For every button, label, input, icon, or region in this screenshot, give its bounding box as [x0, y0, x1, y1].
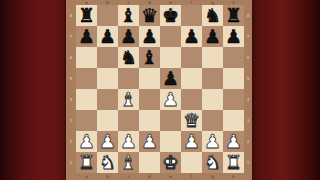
white-rook-a1[interactable]: ♜	[78, 152, 95, 173]
square-e7[interactable]	[160, 26, 181, 47]
file-label-d: d	[139, 175, 160, 179]
square-b5[interactable]	[97, 68, 118, 89]
file-label-g: g	[202, 175, 223, 179]
rank-label-6: 6	[244, 47, 252, 68]
rank-label-1: 1	[244, 152, 252, 173]
square-e8[interactable]: ♚	[160, 5, 181, 26]
square-g5[interactable]	[202, 68, 223, 89]
square-f6[interactable]	[181, 47, 202, 68]
white-pawn-b2[interactable]: ♟	[99, 131, 116, 152]
square-d3[interactable]	[139, 110, 160, 131]
square-c1[interactable]: ♝	[118, 152, 139, 173]
black-bishop-d6[interactable]: ♝	[141, 47, 158, 68]
square-h1[interactable]: ♜	[223, 152, 244, 173]
square-d8[interactable]: ♛	[139, 5, 160, 26]
square-g8[interactable]: ♞	[202, 5, 223, 26]
file-label-b: b	[97, 175, 118, 179]
square-c6[interactable]: ♞	[118, 47, 139, 68]
rank-label-8: 8	[244, 5, 252, 26]
black-knight-g8[interactable]: ♞	[204, 5, 221, 26]
board-grid: ♜♝♛♚♞♜♟♟♟♟♟♟♟♞♝♟♝♟♛♟♟♟♟♟♟♟♜♞♝♚♞♜	[76, 5, 244, 173]
square-h7[interactable]: ♟	[223, 26, 244, 47]
white-pawn-e4[interactable]: ♟	[162, 89, 179, 110]
square-a1[interactable]: ♜	[76, 152, 97, 173]
black-pawn-h7[interactable]: ♟	[225, 26, 242, 47]
black-king-e8[interactable]: ♚	[162, 5, 179, 26]
square-c5[interactable]	[118, 68, 139, 89]
square-d4[interactable]	[139, 89, 160, 110]
square-f7[interactable]: ♟	[181, 26, 202, 47]
white-queen-f3[interactable]: ♛	[183, 110, 200, 131]
square-a5[interactable]	[76, 68, 97, 89]
white-king-e1[interactable]: ♚	[162, 152, 179, 173]
rank-label-3: 3	[244, 110, 252, 131]
square-c2[interactable]: ♟	[118, 131, 139, 152]
rank-label-2: 2	[244, 131, 252, 152]
square-c7[interactable]: ♟	[118, 26, 139, 47]
white-pawn-g2[interactable]: ♟	[204, 131, 221, 152]
black-rook-a8[interactable]: ♜	[78, 5, 95, 26]
white-pawn-f2[interactable]: ♟	[183, 131, 200, 152]
black-pawn-g7[interactable]: ♟	[204, 26, 221, 47]
square-c4[interactable]: ♝	[118, 89, 139, 110]
file-label-e: e	[160, 175, 181, 179]
file-label-h: h	[223, 175, 244, 179]
black-pawn-b7[interactable]: ♟	[99, 26, 116, 47]
chess-board: abcdefgh ♜♝♛♚♞♜♟♟♟♟♟♟♟♞♝♟♝♟♛♟♟♟♟♟♟♟♜♞♝♚♞…	[66, 0, 252, 180]
square-f8[interactable]	[181, 5, 202, 26]
rank-label-1: 1	[66, 152, 76, 173]
black-pawn-c7[interactable]: ♟	[120, 26, 137, 47]
black-bishop-c8[interactable]: ♝	[120, 5, 137, 26]
square-d6[interactable]: ♝	[139, 47, 160, 68]
square-e1[interactable]: ♚	[160, 152, 181, 173]
rank-label-3: 3	[66, 110, 76, 131]
square-a3[interactable]	[76, 110, 97, 131]
square-b2[interactable]: ♟	[97, 131, 118, 152]
square-b4[interactable]	[97, 89, 118, 110]
square-a4[interactable]	[76, 89, 97, 110]
square-e5[interactable]: ♟	[160, 68, 181, 89]
square-h6[interactable]	[223, 47, 244, 68]
square-f4[interactable]	[181, 89, 202, 110]
square-d7[interactable]: ♟	[139, 26, 160, 47]
square-d2[interactable]: ♟	[139, 131, 160, 152]
square-d5[interactable]	[139, 68, 160, 89]
square-c8[interactable]: ♝	[118, 5, 139, 26]
square-g3[interactable]	[202, 110, 223, 131]
rank-label-5: 5	[66, 68, 76, 89]
square-a6[interactable]	[76, 47, 97, 68]
square-e4[interactable]: ♟	[160, 89, 181, 110]
file-label-f: f	[181, 175, 202, 179]
rank-label-8: 8	[66, 5, 76, 26]
white-knight-b1[interactable]: ♞	[99, 152, 116, 173]
rank-label-7: 7	[244, 26, 252, 47]
file-label-a: a	[76, 175, 97, 179]
square-b6[interactable]	[97, 47, 118, 68]
white-pawn-c2[interactable]: ♟	[120, 131, 137, 152]
square-h4[interactable]	[223, 89, 244, 110]
square-h3[interactable]	[223, 110, 244, 131]
square-g1[interactable]: ♞	[202, 152, 223, 173]
square-h8[interactable]: ♜	[223, 5, 244, 26]
white-pawn-d2[interactable]: ♟	[141, 131, 158, 152]
curtain-background: abcdefgh ♜♝♛♚♞♜♟♟♟♟♟♟♟♞♝♟♝♟♛♟♟♟♟♟♟♟♜♞♝♚♞…	[0, 0, 320, 180]
square-b1[interactable]: ♞	[97, 152, 118, 173]
square-f3[interactable]: ♛	[181, 110, 202, 131]
black-pawn-e5[interactable]: ♟	[162, 68, 179, 89]
file-label-f: f	[181, 1, 202, 5]
black-pawn-a7[interactable]: ♟	[78, 26, 95, 47]
black-knight-c6[interactable]: ♞	[120, 47, 137, 68]
white-knight-g1[interactable]: ♞	[204, 152, 221, 173]
rank-label-7: 7	[66, 26, 76, 47]
rank-label-5: 5	[244, 68, 252, 89]
white-bishop-c4[interactable]: ♝	[120, 89, 137, 110]
square-g6[interactable]	[202, 47, 223, 68]
square-b3[interactable]	[97, 110, 118, 131]
square-h2[interactable]: ♟	[223, 131, 244, 152]
square-e6[interactable]	[160, 47, 181, 68]
square-d1[interactable]	[139, 152, 160, 173]
black-rook-h8[interactable]: ♜	[225, 5, 242, 26]
square-f5[interactable]	[181, 68, 202, 89]
file-label-b: b	[97, 1, 118, 5]
white-pawn-h2[interactable]: ♟	[225, 131, 242, 152]
white-rook-h1[interactable]: ♜	[225, 152, 242, 173]
square-f1[interactable]	[181, 152, 202, 173]
rank-labels-right: 87654321	[244, 5, 252, 173]
square-e2[interactable]	[160, 131, 181, 152]
black-queen-d8[interactable]: ♛	[141, 5, 158, 26]
square-h5[interactable]	[223, 68, 244, 89]
rank-label-4: 4	[66, 89, 76, 110]
rank-label-4: 4	[244, 89, 252, 110]
square-a2[interactable]: ♟	[76, 131, 97, 152]
square-b7[interactable]: ♟	[97, 26, 118, 47]
square-e3[interactable]	[160, 110, 181, 131]
square-c3[interactable]	[118, 110, 139, 131]
rank-label-6: 6	[66, 47, 76, 68]
white-pawn-a2[interactable]: ♟	[78, 131, 95, 152]
rank-label-2: 2	[66, 131, 76, 152]
square-g4[interactable]	[202, 89, 223, 110]
square-a7[interactable]: ♟	[76, 26, 97, 47]
black-pawn-f7[interactable]: ♟	[183, 26, 200, 47]
file-label-c: c	[118, 175, 139, 179]
square-g2[interactable]: ♟	[202, 131, 223, 152]
square-g7[interactable]: ♟	[202, 26, 223, 47]
square-f2[interactable]: ♟	[181, 131, 202, 152]
file-labels-bottom: abcdefgh	[76, 173, 244, 180]
square-b8[interactable]	[97, 5, 118, 26]
rank-labels-left: 87654321	[66, 5, 76, 173]
square-a8[interactable]: ♜	[76, 5, 97, 26]
white-bishop-c1[interactable]: ♝	[120, 152, 137, 173]
black-pawn-d7[interactable]: ♟	[141, 26, 158, 47]
